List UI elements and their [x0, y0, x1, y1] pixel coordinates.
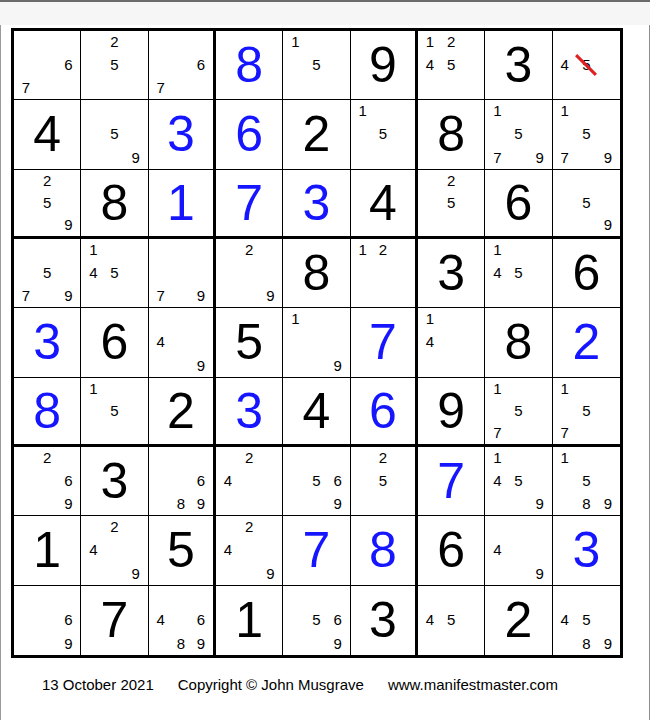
cell-r2c5[interactable]: 2	[283, 100, 350, 169]
candidate: 6	[60, 56, 76, 73]
candidate-slot-9	[124, 75, 143, 96]
candidate-eliminated: 5	[578, 56, 594, 73]
cell-r5c9[interactable]: 2	[553, 308, 620, 377]
given-digit: 2	[505, 595, 533, 645]
cell-r8c3[interactable]: 5	[149, 516, 216, 585]
given-digit: 3	[505, 40, 533, 90]
candidate-slot-2	[105, 241, 124, 262]
candidate-slot-3	[190, 33, 209, 54]
candidate-slot-8	[441, 213, 460, 233]
cell-r4c4[interactable]: 29	[216, 239, 283, 308]
candidate-slot-9: 9	[190, 491, 209, 512]
candidate: 7	[153, 287, 169, 304]
candidate-slot-9: 9	[57, 283, 76, 304]
candidate-slot-4	[355, 470, 374, 491]
candidate-slot-4	[85, 54, 104, 75]
candidate-slot-6: 6	[190, 54, 209, 75]
candidate-slot-5	[171, 54, 190, 75]
candidate: 8	[578, 495, 594, 512]
candidate-slot-7: 7	[18, 75, 37, 96]
cell-r8c2[interactable]: 249	[81, 516, 148, 585]
candidate-slot-5: 5	[105, 54, 124, 75]
candidate: 4	[489, 472, 505, 489]
candidate-slot-1	[287, 449, 306, 470]
cell-r8c5[interactable]: 7	[283, 516, 350, 585]
candidate-slot-2	[576, 449, 596, 470]
candidate-slot-2: 2	[239, 449, 258, 470]
footer-site: www.manifestmaster.com	[388, 676, 558, 693]
candidate-slot-8	[509, 561, 528, 582]
candidate-grid: 19	[283, 308, 349, 376]
candidate-slot-2	[576, 33, 596, 54]
candidate: 1	[557, 102, 573, 119]
cell-r2c4[interactable]: 6	[216, 100, 283, 169]
candidate-slot-3	[259, 449, 278, 470]
candidate-grid: 15	[81, 378, 147, 444]
candidate-grid: 15	[283, 31, 349, 99]
cell-r7c3[interactable]: 689	[149, 447, 216, 516]
candidate-slot-4	[18, 470, 37, 491]
candidate-highlighted: 4	[557, 56, 573, 73]
candidate-slot-3	[461, 588, 480, 609]
cell-r2c6[interactable]: 15	[351, 100, 418, 169]
cell-r5c7[interactable]: 14	[418, 308, 485, 377]
candidate-slot-7	[355, 283, 374, 304]
candidate-slot-1	[85, 102, 104, 123]
cell-r9c3[interactable]: 4689	[149, 586, 216, 655]
candidate: 9	[60, 216, 76, 233]
candidate: 9	[532, 495, 548, 512]
cell-r9c2[interactable]: 7	[81, 586, 148, 655]
candidate-slot-9	[461, 353, 480, 374]
candidate-slot-5: 5	[105, 400, 124, 420]
candidate-grid: 249	[81, 516, 147, 584]
candidate-slot-3	[461, 33, 480, 54]
candidate-slot-5	[37, 470, 56, 491]
candidate-slot-1	[422, 172, 441, 192]
candidate-slot-9: 9	[259, 283, 278, 304]
given-digit: 6	[101, 317, 129, 367]
candidate-slot-8	[509, 421, 528, 441]
candidate-slot-7	[85, 421, 104, 441]
candidate: 4	[220, 541, 236, 558]
cell-r6c7[interactable]: 9	[418, 378, 485, 447]
candidate-highlighted: 4	[422, 56, 438, 73]
cell-r3c9[interactable]: 59	[553, 170, 620, 239]
candidate-grid: 15	[351, 100, 415, 168]
candidate-slot-4	[355, 262, 374, 283]
cell-r1c4[interactable]: 8	[216, 31, 283, 100]
cell-r6c1[interactable]: 8	[14, 378, 81, 447]
candidate: 5	[510, 125, 526, 142]
cell-r2c3[interactable]: 3	[149, 100, 216, 169]
candidate-slot-1	[557, 588, 577, 609]
candidate-slot-7: 7	[489, 421, 508, 441]
candidate-slot-2: 2	[441, 172, 460, 192]
candidate-slot-8	[576, 213, 596, 233]
candidate-slot-1	[153, 449, 172, 470]
cell-r6c2[interactable]: 15	[81, 378, 148, 447]
cell-r3c5[interactable]: 3	[283, 170, 350, 239]
candidate: 5	[510, 472, 526, 489]
cell-r7c8[interactable]: 1459	[485, 447, 552, 516]
candidate-highlighted: 4	[557, 611, 573, 628]
candidate-slot-3	[596, 172, 616, 192]
cell-r7c1[interactable]: 269	[14, 447, 81, 516]
candidate-slot-8	[576, 75, 596, 96]
candidate-slot-8: 8	[171, 631, 190, 652]
cell-r5c5[interactable]: 19	[283, 308, 350, 377]
candidate: 5	[510, 402, 526, 419]
solved-digit: 7	[303, 525, 331, 575]
candidate-slot-5	[171, 609, 190, 630]
candidate-slot-4: 4	[489, 262, 508, 283]
cell-r2c9[interactable]: 1579	[553, 100, 620, 169]
candidate-slot-8	[239, 283, 258, 304]
candidate-slot-1	[18, 172, 37, 192]
cell-r5c8[interactable]: 8	[485, 308, 552, 377]
candidate-slot-6	[528, 262, 547, 283]
candidate-slot-7: 7	[18, 283, 37, 304]
candidate: 8	[578, 635, 594, 652]
candidate: 1	[489, 102, 505, 119]
cell-r3c3[interactable]: 1	[149, 170, 216, 239]
cell-r2c1[interactable]: 4	[14, 100, 81, 169]
candidate-slot-2	[37, 241, 56, 262]
candidate-slot-1	[18, 588, 37, 609]
cell-r9c7[interactable]: 45	[418, 586, 485, 655]
candidate-slot-7	[422, 353, 441, 374]
cell-r6c4[interactable]: 3	[216, 378, 283, 447]
candidate-slot-9	[528, 421, 547, 441]
candidate-slot-1: 1	[287, 310, 306, 331]
candidate-slot-7	[557, 631, 577, 652]
candidate-slot-1: 1	[489, 449, 508, 470]
candidate: 2	[241, 449, 257, 466]
solved-digit: 6	[235, 109, 263, 159]
cell-r4c3[interactable]: 79	[149, 239, 216, 308]
candidate: 9	[262, 565, 278, 582]
cell-r1c3[interactable]: 67	[149, 31, 216, 100]
cell-r7c7[interactable]: 7	[418, 447, 485, 516]
candidate-slot-8	[307, 631, 326, 652]
candidate: 5	[375, 472, 391, 489]
cell-r2c8[interactable]: 1579	[485, 100, 552, 169]
candidate-slot-3	[57, 241, 76, 262]
cell-r9c4[interactable]: 1	[216, 586, 283, 655]
candidate-slot-9: 9	[190, 283, 209, 304]
candidate-slot-7: 7	[557, 421, 577, 441]
candidate-slot-8	[307, 491, 326, 512]
candidate: 5	[578, 194, 594, 211]
candidate-slot-9: 9	[596, 213, 616, 233]
candidate-slot-6	[596, 470, 616, 491]
candidate-slot-5	[509, 539, 528, 560]
candidate-slot-3	[57, 449, 76, 470]
candidate-slot-3	[392, 241, 411, 262]
cell-r9c6[interactable]: 3	[351, 586, 418, 655]
candidate-slot-4	[489, 400, 508, 420]
cell-r2c2[interactable]: 59	[81, 100, 148, 169]
solved-digit: 3	[33, 317, 61, 367]
candidate-grid: 157	[485, 378, 551, 444]
candidate: 9	[330, 495, 346, 512]
candidate-slot-8	[373, 145, 392, 166]
cell-r4c8[interactable]: 145	[485, 239, 552, 308]
candidate-slot-4: 4	[489, 539, 508, 560]
cell-r9c5[interactable]: 569	[283, 586, 350, 655]
cell-r6c8[interactable]: 157	[485, 378, 552, 447]
candidate: 2	[39, 172, 55, 189]
candidate: 5	[578, 125, 594, 142]
candidate: 8	[173, 635, 189, 652]
candidate-slot-2	[307, 449, 326, 470]
cell-r5c6[interactable]: 7	[351, 308, 418, 377]
cell-r1c1[interactable]: 67	[14, 31, 81, 100]
cell-r4c7[interactable]: 3	[418, 239, 485, 308]
candidate-slot-8	[239, 491, 258, 512]
candidate-slot-9	[259, 491, 278, 512]
candidate-slot-5: 5	[307, 54, 326, 75]
candidate-slot-4: 4	[422, 609, 441, 630]
candidate-grid: 249	[216, 516, 282, 584]
candidate-slot-6	[124, 54, 143, 75]
candidate: 4	[85, 541, 101, 558]
cell-r3c4[interactable]: 7	[216, 170, 283, 239]
solved-digit: 6	[369, 386, 397, 436]
candidate-slot-2	[509, 449, 528, 470]
candidate-slot-8	[37, 631, 56, 652]
cell-r3c2[interactable]: 8	[81, 170, 148, 239]
candidate-slot-3	[596, 588, 616, 609]
candidate-slot-8	[307, 353, 326, 374]
cell-r5c4[interactable]: 5	[216, 308, 283, 377]
candidate-slot-3	[326, 33, 345, 54]
candidate-slot-7	[153, 631, 172, 652]
candidate-slot-3	[190, 449, 209, 470]
candidate-slot-4	[422, 192, 441, 212]
cell-r1c5[interactable]: 15	[283, 31, 350, 100]
candidate-slot-9: 9	[259, 561, 278, 582]
candidate: 1	[489, 241, 505, 258]
candidate-slot-9: 9	[528, 491, 547, 512]
given-digit: 6	[437, 525, 465, 575]
candidate-slot-2: 2	[239, 518, 258, 539]
candidate: 2	[39, 449, 55, 466]
candidate-slot-6	[57, 192, 76, 212]
given-digit: 6	[505, 178, 533, 228]
cell-r1c9[interactable]: 45	[553, 31, 620, 100]
candidate-grid: 25	[351, 447, 415, 515]
candidate-slot-7	[153, 353, 172, 374]
candidate-slot-9: 9	[596, 631, 616, 652]
cell-r4c5[interactable]: 8	[283, 239, 350, 308]
cell-r6c5[interactable]: 4	[283, 378, 350, 447]
solved-digit: 2	[572, 317, 600, 367]
cell-r3c7[interactable]: 25	[418, 170, 485, 239]
candidate-slot-2	[171, 449, 190, 470]
candidate-slot-5	[307, 331, 326, 352]
solved-digit: 1	[167, 178, 195, 228]
candidate-slot-6	[190, 262, 209, 283]
candidate-slot-9: 9	[124, 145, 143, 166]
candidate-slot-6	[528, 470, 547, 491]
cell-r8c1[interactable]: 1	[14, 516, 81, 585]
cell-r7c5[interactable]: 569	[283, 447, 350, 516]
candidate: 1	[85, 380, 101, 397]
cell-r1c2[interactable]: 25	[81, 31, 148, 100]
cell-r4c6[interactable]: 12	[351, 239, 418, 308]
candidate-slot-3	[596, 380, 616, 400]
candidate-grid: 29	[216, 239, 282, 307]
candidate-slot-2	[105, 102, 124, 123]
cell-r7c4[interactable]: 24	[216, 447, 283, 516]
candidate-slot-8	[509, 491, 528, 512]
candidate-slot-7: 7	[557, 145, 577, 166]
cell-r2c7[interactable]: 8	[418, 100, 485, 169]
candidate-slot-1	[153, 310, 172, 331]
cell-r4c2[interactable]: 145	[81, 239, 148, 308]
candidate-slot-4	[287, 609, 306, 630]
candidate-grid: 49	[149, 308, 213, 376]
candidate-slot-2	[171, 310, 190, 331]
cell-r5c2[interactable]: 6	[81, 308, 148, 377]
cell-r3c1[interactable]: 259	[14, 170, 81, 239]
candidate-slot-7	[220, 283, 239, 304]
cell-r8c8[interactable]: 49	[485, 516, 552, 585]
candidate: 6	[60, 611, 76, 628]
candidate: 4	[153, 333, 169, 350]
cell-r7c2[interactable]: 3	[81, 447, 148, 516]
cell-r7c9[interactable]: 1589	[553, 447, 620, 516]
candidate-slot-1: 1	[355, 241, 374, 262]
candidate-slot-5: 5	[509, 262, 528, 283]
cell-r5c1[interactable]: 3	[14, 308, 81, 377]
candidate: 9	[128, 149, 144, 166]
candidate-slot-7	[18, 491, 37, 512]
candidate-slot-3	[461, 172, 480, 192]
candidate-slot-8	[105, 561, 124, 582]
candidate-slot-5: 5	[441, 609, 460, 630]
candidate-slot-6	[392, 470, 411, 491]
candidate: 9	[532, 565, 548, 582]
candidate-slot-4: 4	[489, 470, 508, 491]
cell-r9c1[interactable]: 69	[14, 586, 81, 655]
candidate-grid: 145	[485, 239, 551, 307]
candidate-slot-9: 9	[326, 353, 345, 374]
cell-r9c8[interactable]: 2	[485, 586, 552, 655]
candidate-slot-3	[124, 518, 143, 539]
candidate-slot-3	[596, 102, 616, 123]
candidate-slot-1	[220, 241, 239, 262]
candidate-slot-7	[18, 631, 37, 652]
candidate: 9	[193, 357, 209, 374]
candidate-slot-7	[422, 631, 441, 652]
candidate-slot-6: 6	[190, 609, 209, 630]
cell-r8c6[interactable]: 8	[351, 516, 418, 585]
candidate-slot-5: 5	[373, 470, 392, 491]
candidate-grid: 269	[14, 447, 80, 515]
candidate-slot-8	[105, 283, 124, 304]
candidate-slot-6	[259, 470, 278, 491]
candidate-slot-4: 4	[153, 609, 172, 630]
candidate-slot-4	[153, 262, 172, 283]
candidate-slot-5	[239, 262, 258, 283]
candidate: 6	[330, 472, 346, 489]
candidate-slot-4: 4	[557, 609, 577, 630]
candidate-slot-8	[373, 283, 392, 304]
candidate-slot-3	[528, 518, 547, 539]
candidate-slot-5: 5	[105, 262, 124, 283]
candidate-slot-3	[326, 449, 345, 470]
cell-r7c6[interactable]: 25	[351, 447, 418, 516]
candidate: 1	[85, 241, 101, 258]
candidate-slot-5	[171, 470, 190, 491]
candidate-slot-6	[528, 400, 547, 420]
candidate-slot-2: 2	[105, 33, 124, 54]
cell-r8c9[interactable]: 3	[553, 516, 620, 585]
candidate-slot-2	[576, 172, 596, 192]
candidate-slot-6	[461, 54, 480, 75]
given-digit: 4	[369, 178, 397, 228]
given-digit: 2	[167, 386, 195, 436]
cell-r4c1[interactable]: 579	[14, 239, 81, 308]
cell-r8c7[interactable]: 6	[418, 516, 485, 585]
cell-r3c6[interactable]: 4	[351, 170, 418, 239]
candidate-slot-8	[171, 283, 190, 304]
cell-r6c6[interactable]: 6	[351, 378, 418, 447]
candidate-slot-9: 9	[596, 145, 616, 166]
candidate: 5	[578, 402, 594, 419]
candidate-grid: 1459	[485, 447, 551, 515]
candidate-slot-5: 5	[576, 192, 596, 212]
cell-r5c3[interactable]: 49	[149, 308, 216, 377]
candidate-slot-1: 1	[422, 310, 441, 331]
candidate-slot-5: 5	[373, 123, 392, 144]
candidate-slot-2	[509, 102, 528, 123]
solved-digit: 3	[303, 178, 331, 228]
candidate-slot-4: 4	[85, 539, 104, 560]
candidate-slot-8	[441, 75, 460, 96]
candidate-slot-1	[557, 172, 577, 192]
candidate-slot-1: 1	[489, 102, 508, 123]
candidate-slot-6	[596, 123, 616, 144]
candidate-grid: 12	[351, 239, 415, 307]
candidate-slot-1	[153, 33, 172, 54]
cell-r1c7[interactable]: 1245	[418, 31, 485, 100]
cell-r1c6[interactable]: 9	[351, 31, 418, 100]
cell-r1c8[interactable]: 3	[485, 31, 552, 100]
cell-r6c3[interactable]: 2	[149, 378, 216, 447]
candidate-slot-9	[461, 75, 480, 96]
candidate-slot-4	[18, 192, 37, 212]
cell-r8c4[interactable]: 249	[216, 516, 283, 585]
candidate-slot-4	[287, 54, 306, 75]
cell-r3c8[interactable]: 6	[485, 170, 552, 239]
candidate-slot-1	[422, 588, 441, 609]
cell-r9c9[interactable]: 4589	[553, 586, 620, 655]
candidate-slot-6	[392, 123, 411, 144]
cell-r6c9[interactable]: 157	[553, 378, 620, 447]
candidate-slot-3	[392, 102, 411, 123]
candidate-slot-7	[85, 145, 104, 166]
candidate-slot-6	[596, 400, 616, 420]
candidate-slot-3	[259, 518, 278, 539]
candidate-slot-2	[373, 102, 392, 123]
candidate: 2	[443, 172, 459, 189]
cell-r4c9[interactable]: 6	[553, 239, 620, 308]
candidate-slot-5: 5	[307, 470, 326, 491]
